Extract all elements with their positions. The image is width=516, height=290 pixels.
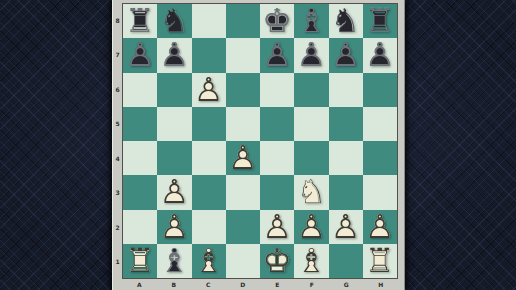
square-f4[interactable] [294,141,328,175]
piece-black-pawn: ♟♙ [123,38,157,72]
piece-white-pawn: ♟♙ [157,210,191,244]
square-d1[interactable] [226,244,260,278]
piece-white-king: ♚♔ [260,244,294,278]
rank-label-2: 2 [113,210,122,245]
piece-white-bishop: ♝♗ [294,244,328,278]
square-h4[interactable] [363,141,397,175]
file-label-c: C [191,279,226,290]
piece-white-pawn: ♟♙ [260,210,294,244]
piece-black-pawn: ♟♙ [260,38,294,72]
piece-white-knight: ♞♘ [294,175,328,209]
square-g6[interactable] [329,73,363,107]
square-h2[interactable]: ♟♙ [363,210,397,244]
square-c7[interactable] [192,38,226,72]
square-c5[interactable] [192,107,226,141]
square-d5[interactable] [226,107,260,141]
square-b7[interactable]: ♟♙ [157,38,191,72]
square-h1[interactable]: ♜♖ [363,244,397,278]
rank-label-4: 4 [113,141,122,176]
square-b8[interactable]: ♞♘ [157,4,191,38]
square-e8[interactable]: ♚♔ [260,4,294,38]
rank-label-6: 6 [113,72,122,107]
file-label-e: E [260,279,295,290]
square-g8[interactable]: ♞♘ [329,4,363,38]
piece-white-bishop: ♝♗ [192,244,226,278]
piece-black-bishop: ♝♗ [294,4,328,38]
piece-black-king: ♚♔ [260,4,294,38]
square-f5[interactable] [294,107,328,141]
square-d3[interactable] [226,175,260,209]
square-a8[interactable]: ♜♖ [123,4,157,38]
square-g4[interactable] [329,141,363,175]
piece-white-rook: ♜♖ [363,244,397,278]
square-g1[interactable] [329,244,363,278]
square-a7[interactable]: ♟♙ [123,38,157,72]
square-e7[interactable]: ♟♙ [260,38,294,72]
square-b4[interactable] [157,141,191,175]
page-background: { "game": "chess", "position": { "fen": … [0,0,516,290]
rank-labels: 87654321 [113,3,122,279]
square-g5[interactable] [329,107,363,141]
square-h5[interactable] [363,107,397,141]
square-c3[interactable] [192,175,226,209]
rank-label-8: 8 [113,3,122,38]
file-label-f: F [295,279,330,290]
square-e6[interactable] [260,73,294,107]
square-g3[interactable] [329,175,363,209]
square-h6[interactable] [363,73,397,107]
piece-white-pawn: ♟♙ [157,175,191,209]
rank-label-5: 5 [113,107,122,142]
square-b5[interactable] [157,107,191,141]
piece-black-knight: ♞♘ [157,4,191,38]
square-b1[interactable]: ♝♗ [157,244,191,278]
square-e3[interactable] [260,175,294,209]
chess-board: 87654321 ♜♖♞♘♚♔♝♗♞♘♜♖♟♙♟♙♟♙♟♙♟♙♟♙♟♙♟♙♟♙♞… [112,0,405,290]
square-c6[interactable]: ♟♙ [192,73,226,107]
square-e5[interactable] [260,107,294,141]
square-e1[interactable]: ♚♔ [260,244,294,278]
square-a3[interactable] [123,175,157,209]
square-f6[interactable] [294,73,328,107]
square-d2[interactable] [226,210,260,244]
square-c4[interactable] [192,141,226,175]
file-label-a: A [122,279,157,290]
piece-black-pawn: ♟♙ [329,38,363,72]
piece-white-pawn: ♟♙ [329,210,363,244]
square-f7[interactable]: ♟♙ [294,38,328,72]
piece-black-bishop: ♝♗ [157,244,191,278]
square-c1[interactable]: ♝♗ [192,244,226,278]
file-label-b: B [157,279,192,290]
piece-white-pawn: ♟♙ [294,210,328,244]
square-e4[interactable] [260,141,294,175]
square-d8[interactable] [226,4,260,38]
square-b3[interactable]: ♟♙ [157,175,191,209]
square-h7[interactable]: ♟♙ [363,38,397,72]
square-d7[interactable] [226,38,260,72]
board-squares: ♜♖♞♘♚♔♝♗♞♘♜♖♟♙♟♙♟♙♟♙♟♙♟♙♟♙♟♙♟♙♞♘♟♙♟♙♟♙♟♙… [122,3,398,279]
file-label-d: D [226,279,261,290]
piece-black-pawn: ♟♙ [157,38,191,72]
square-c8[interactable] [192,4,226,38]
square-b6[interactable] [157,73,191,107]
rank-label-7: 7 [113,38,122,73]
square-f3[interactable]: ♞♘ [294,175,328,209]
square-a1[interactable]: ♜♖ [123,244,157,278]
piece-white-pawn: ♟♙ [192,73,226,107]
piece-black-knight: ♞♘ [329,4,363,38]
file-labels: ABCDEFGH [122,279,398,290]
square-f2[interactable]: ♟♙ [294,210,328,244]
rank-label-1: 1 [113,245,122,280]
piece-black-pawn: ♟♙ [294,38,328,72]
square-f8[interactable]: ♝♗ [294,4,328,38]
square-h8[interactable]: ♜♖ [363,4,397,38]
square-e2[interactable]: ♟♙ [260,210,294,244]
square-c2[interactable] [192,210,226,244]
piece-black-rook: ♜♖ [363,4,397,38]
square-a5[interactable] [123,107,157,141]
file-label-g: G [329,279,364,290]
square-h3[interactable] [363,175,397,209]
piece-white-pawn: ♟♙ [226,141,260,175]
square-g7[interactable]: ♟♙ [329,38,363,72]
square-d4[interactable]: ♟♙ [226,141,260,175]
piece-black-rook: ♜♖ [123,4,157,38]
piece-white-pawn: ♟♙ [363,210,397,244]
square-g2[interactable]: ♟♙ [329,210,363,244]
square-a4[interactable] [123,141,157,175]
square-a6[interactable] [123,73,157,107]
rank-label-3: 3 [113,176,122,211]
square-a2[interactable] [123,210,157,244]
square-f1[interactable]: ♝♗ [294,244,328,278]
piece-black-pawn: ♟♙ [363,38,397,72]
piece-white-rook: ♜♖ [123,244,157,278]
square-d6[interactable] [226,73,260,107]
file-label-h: H [364,279,399,290]
square-b2[interactable]: ♟♙ [157,210,191,244]
